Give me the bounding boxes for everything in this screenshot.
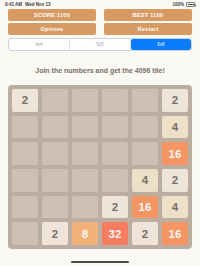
empty-cell — [102, 142, 128, 165]
battery-percent: 100% — [172, 2, 184, 7]
tile-2: 2 — [132, 222, 158, 245]
empty-cell — [42, 116, 68, 139]
empty-cell — [42, 89, 68, 112]
empty-cell — [102, 169, 128, 192]
status-bar: 9:41 AM Wed Nov 13 100% — [0, 0, 200, 8]
empty-cell — [12, 169, 38, 192]
score-badge: SCORE 1100 — [8, 9, 96, 21]
tile-32: 32 — [102, 222, 128, 245]
empty-cell — [102, 89, 128, 112]
empty-cell — [12, 142, 38, 165]
empty-cell — [12, 222, 38, 245]
score-row: SCORE 1100 BEST 1100 — [8, 9, 192, 21]
status-right: 100% — [172, 2, 195, 7]
empty-cell — [72, 116, 98, 139]
size-option-5x5[interactable]: 5x5 — [70, 39, 131, 50]
size-option-6x6[interactable]: 6x6 — [131, 39, 191, 50]
empty-cell — [132, 142, 158, 165]
tile-2: 2 — [42, 222, 68, 245]
tile-16: 16 — [132, 196, 158, 219]
empty-cell — [12, 196, 38, 219]
tile-2: 2 — [102, 196, 128, 219]
empty-cell — [12, 116, 38, 139]
tile-16: 16 — [162, 222, 188, 245]
board[interactable]: 224164221642832216 — [8, 85, 192, 249]
home-indicator[interactable] — [71, 261, 129, 264]
empty-cell — [72, 142, 98, 165]
empty-cell — [42, 142, 68, 165]
empty-cell — [132, 89, 158, 112]
instruction-text: Join the numbers and get the 4096 tile! — [0, 67, 200, 74]
app-screen: 9:41 AM Wed Nov 13 100% SCORE 1100 BEST … — [0, 0, 200, 266]
empty-cell — [72, 169, 98, 192]
tile-2: 2 — [162, 89, 188, 112]
empty-cell — [72, 196, 98, 219]
tile-4: 4 — [162, 196, 188, 219]
clock-date: Wed Nov 13 — [25, 2, 50, 7]
tile-8: 8 — [72, 222, 98, 245]
empty-cell — [102, 116, 128, 139]
empty-cell — [132, 116, 158, 139]
restart-button[interactable]: Restart — [104, 23, 192, 35]
tile-4: 4 — [162, 116, 188, 139]
controls-row: Options Restart — [8, 23, 192, 35]
tile-2: 2 — [162, 169, 188, 192]
battery-icon — [186, 2, 195, 7]
best-badge: BEST 1100 — [104, 9, 192, 21]
tile-4: 4 — [132, 169, 158, 192]
options-button[interactable]: Options — [8, 23, 96, 35]
empty-cell — [42, 169, 68, 192]
size-selector[interactable]: 4x45x56x6 — [8, 38, 192, 51]
empty-cell — [42, 196, 68, 219]
clock-time: 9:41 AM — [5, 2, 22, 7]
empty-cell — [72, 89, 98, 112]
status-left: 9:41 AM Wed Nov 13 — [5, 2, 51, 7]
tile-2: 2 — [12, 89, 38, 112]
tile-16: 16 — [162, 142, 188, 165]
size-option-4x4[interactable]: 4x4 — [9, 39, 70, 50]
